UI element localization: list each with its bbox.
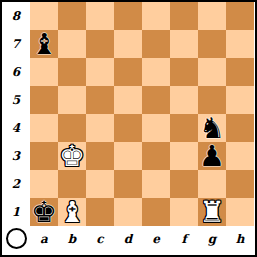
file-label-h: h bbox=[226, 226, 254, 251]
square-f5[interactable] bbox=[170, 86, 198, 114]
square-h8[interactable] bbox=[226, 2, 254, 30]
square-h4[interactable] bbox=[226, 114, 254, 142]
file-label-f: f bbox=[170, 226, 198, 251]
square-f2[interactable] bbox=[170, 170, 198, 198]
square-c7[interactable] bbox=[86, 30, 114, 58]
piece-wB-b1[interactable]: ♝ bbox=[59, 198, 85, 226]
rank-label-8: 8 bbox=[2, 2, 30, 30]
square-f3[interactable] bbox=[170, 142, 198, 170]
rank-label-1: 1 bbox=[2, 198, 30, 226]
square-h7[interactable] bbox=[226, 30, 254, 58]
square-g1[interactable]: ♜ bbox=[198, 198, 226, 226]
rank-label-5: 5 bbox=[2, 86, 30, 114]
square-c1[interactable] bbox=[86, 198, 114, 226]
square-e8[interactable] bbox=[142, 2, 170, 30]
file-label-b: b bbox=[58, 226, 86, 251]
square-e6[interactable] bbox=[142, 58, 170, 86]
square-f8[interactable] bbox=[170, 2, 198, 30]
square-b2[interactable] bbox=[58, 170, 86, 198]
square-f1[interactable] bbox=[170, 198, 198, 226]
square-f7[interactable] bbox=[170, 30, 198, 58]
square-h3[interactable] bbox=[226, 142, 254, 170]
square-e4[interactable] bbox=[142, 114, 170, 142]
square-b1[interactable]: ♝ bbox=[58, 198, 86, 226]
square-b7[interactable] bbox=[58, 30, 86, 58]
square-f6[interactable] bbox=[170, 58, 198, 86]
square-a1[interactable]: ♚ bbox=[30, 198, 58, 226]
square-d7[interactable] bbox=[114, 30, 142, 58]
square-c2[interactable] bbox=[86, 170, 114, 198]
square-d2[interactable] bbox=[114, 170, 142, 198]
square-e1[interactable] bbox=[142, 198, 170, 226]
square-g3[interactable]: ♟ bbox=[198, 142, 226, 170]
square-d3[interactable] bbox=[114, 142, 142, 170]
square-a8[interactable] bbox=[30, 2, 58, 30]
square-b6[interactable] bbox=[58, 58, 86, 86]
file-label-d: d bbox=[114, 226, 142, 251]
rank-label-3: 3 bbox=[2, 142, 30, 170]
piece-bN-g4[interactable]: ♞ bbox=[199, 114, 225, 142]
rank-label-6: 6 bbox=[2, 58, 30, 86]
square-g6[interactable] bbox=[198, 58, 226, 86]
white-to-move-indicator bbox=[6, 228, 27, 249]
square-h2[interactable] bbox=[226, 170, 254, 198]
square-c6[interactable] bbox=[86, 58, 114, 86]
square-b3[interactable]: ♚ bbox=[58, 142, 86, 170]
square-d1[interactable] bbox=[114, 198, 142, 226]
square-d5[interactable] bbox=[114, 86, 142, 114]
square-h6[interactable] bbox=[226, 58, 254, 86]
square-c5[interactable] bbox=[86, 86, 114, 114]
file-label-g: g bbox=[198, 226, 226, 251]
square-a7[interactable]: ♝ bbox=[30, 30, 58, 58]
file-label-c: c bbox=[86, 226, 114, 251]
piece-wR-g1[interactable]: ♜ bbox=[199, 198, 225, 226]
turn-indicator-area bbox=[2, 226, 30, 251]
square-e3[interactable] bbox=[142, 142, 170, 170]
file-labels: abcdefgh bbox=[30, 226, 254, 251]
square-e2[interactable] bbox=[142, 170, 170, 198]
square-d8[interactable] bbox=[114, 2, 142, 30]
square-e7[interactable] bbox=[142, 30, 170, 58]
piece-bB-a7[interactable]: ♝ bbox=[31, 30, 57, 58]
square-g5[interactable] bbox=[198, 86, 226, 114]
piece-wK-b3[interactable]: ♚ bbox=[59, 142, 85, 170]
piece-bP-g3[interactable]: ♟ bbox=[199, 142, 225, 170]
square-a5[interactable] bbox=[30, 86, 58, 114]
rank-labels: 87654321 bbox=[2, 2, 30, 226]
square-a3[interactable] bbox=[30, 142, 58, 170]
file-label-e: e bbox=[142, 226, 170, 251]
rank-label-2: 2 bbox=[2, 170, 30, 198]
square-d4[interactable] bbox=[114, 114, 142, 142]
square-c4[interactable] bbox=[86, 114, 114, 142]
chess-board: ♝♞♚♟♚♝♜ bbox=[30, 2, 254, 226]
rank-label-7: 7 bbox=[2, 30, 30, 58]
square-e5[interactable] bbox=[142, 86, 170, 114]
square-b5[interactable] bbox=[58, 86, 86, 114]
square-a4[interactable] bbox=[30, 114, 58, 142]
rank-label-4: 4 bbox=[2, 114, 30, 142]
piece-bK-a1[interactable]: ♚ bbox=[31, 198, 57, 226]
square-g8[interactable] bbox=[198, 2, 226, 30]
square-c8[interactable] bbox=[86, 2, 114, 30]
square-d6[interactable] bbox=[114, 58, 142, 86]
chess-diagram: 87654321 ♝♞♚♟♚♝♜ abcdefgh bbox=[0, 0, 257, 257]
file-label-a: a bbox=[30, 226, 58, 251]
square-g7[interactable] bbox=[198, 30, 226, 58]
square-b4[interactable] bbox=[58, 114, 86, 142]
square-a2[interactable] bbox=[30, 170, 58, 198]
square-f4[interactable] bbox=[170, 114, 198, 142]
square-h1[interactable] bbox=[226, 198, 254, 226]
square-g2[interactable] bbox=[198, 170, 226, 198]
square-b8[interactable] bbox=[58, 2, 86, 30]
square-h5[interactable] bbox=[226, 86, 254, 114]
square-g4[interactable]: ♞ bbox=[198, 114, 226, 142]
square-c3[interactable] bbox=[86, 142, 114, 170]
square-a6[interactable] bbox=[30, 58, 58, 86]
